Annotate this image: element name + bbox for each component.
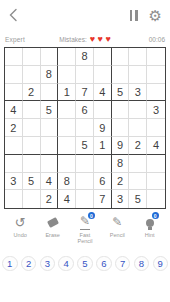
cell-r9c6[interactable]: 7 [94,190,112,208]
cell-r1c6[interactable] [94,48,112,66]
cell-r7c7[interactable]: 8 [112,155,130,173]
cell-r1c2[interactable] [23,48,41,66]
cell-r7c1[interactable] [5,155,23,173]
cell-r8c9[interactable] [147,173,165,191]
cell-r4c6[interactable] [94,101,112,119]
cell-r3c9[interactable] [147,84,165,102]
sudoku-board: 8821745345632951924835486224735 [4,47,166,209]
cell-r9c8[interactable]: 5 [129,190,147,208]
toolbar: ↺ Undo Erase ✎ 0 Fast Pencil ✎ Pencil 0 … [0,215,170,245]
undo-button[interactable]: ↺ Undo [5,215,35,238]
cell-r4c9[interactable]: 3 [147,101,165,119]
lightbulb-icon [146,219,154,227]
cell-r3c2[interactable]: 2 [23,84,41,102]
numpad-button-5[interactable]: 5 [77,256,93,272]
cell-r1c7[interactable] [112,48,130,66]
cell-r7c3[interactable] [41,155,59,173]
cell-r8c2[interactable]: 5 [23,173,41,191]
cell-r7c9[interactable] [147,155,165,173]
cell-r5c9[interactable] [147,119,165,137]
heart-icon: ♥ [98,35,103,44]
cell-r4c8[interactable] [129,101,147,119]
cell-r8c1[interactable]: 3 [5,173,23,191]
eraser-icon [47,217,59,228]
difficulty-label: Expert [5,36,59,43]
cell-r9c1[interactable] [5,190,23,208]
pencil-icon: ✎ [112,216,122,229]
numpad-button-3[interactable]: 3 [40,256,56,272]
cell-r6c3[interactable] [41,137,59,155]
cell-r1c3[interactable] [41,48,59,66]
cell-r4c5[interactable]: 6 [76,101,94,119]
cell-r2c8[interactable] [129,66,147,84]
mistakes-label: Mistakes: [59,36,86,43]
hint-badge: 0 [152,212,159,219]
cell-r1c4[interactable] [58,48,76,66]
cell-r6c9[interactable]: 4 [147,137,165,155]
cell-r6c1[interactable] [5,137,23,155]
hint-button[interactable]: 0 Hint [135,215,165,238]
cell-r1c9[interactable] [147,48,165,66]
pencil-label: Pencil [104,232,130,238]
cell-r8c7[interactable]: 2 [112,173,130,191]
numpad-button-2[interactable]: 2 [21,256,37,272]
cell-r9c9[interactable] [147,190,165,208]
numpad-button-6[interactable]: 6 [96,256,112,272]
cell-r4c2[interactable] [23,101,41,119]
hearts-row: ♥♥♥ [90,35,111,44]
undo-icon: ↺ [15,216,26,229]
cell-r2c2[interactable] [23,66,41,84]
numpad-button-7[interactable]: 7 [115,256,131,272]
cell-r6c7[interactable]: 9 [112,137,130,155]
cell-r3c8[interactable]: 3 [129,84,147,102]
pause-icon[interactable] [130,10,137,21]
cell-r1c8[interactable] [129,48,147,66]
numpad-button-8[interactable]: 8 [134,256,150,272]
cell-r2c6[interactable] [94,66,112,84]
fast-pencil-badge: 0 [88,212,95,219]
cell-r7c2[interactable] [23,155,41,173]
timer: 00:06 [111,36,165,43]
cell-r9c7[interactable]: 3 [112,190,130,208]
pencil-button[interactable]: ✎ Pencil [102,215,132,238]
cell-r7c5[interactable] [76,155,94,173]
cell-r6c4[interactable] [58,137,76,155]
cell-r2c5[interactable] [76,66,94,84]
cell-r4c4[interactable] [58,101,76,119]
cell-r8c6[interactable]: 6 [94,173,112,191]
cell-r1c5[interactable]: 8 [76,48,94,66]
cell-r5c3[interactable] [41,119,59,137]
cell-r8c4[interactable]: 8 [58,173,76,191]
fast-pencil-label: Fast Pencil [72,232,98,245]
undo-label: Undo [7,232,33,238]
numpad-button-4[interactable]: 4 [58,256,74,272]
cell-r5c1[interactable]: 2 [5,119,23,137]
cell-r3c1[interactable] [5,84,23,102]
cell-r3c5[interactable]: 7 [76,84,94,102]
cell-r6c6[interactable]: 1 [94,137,112,155]
cell-r4c3[interactable]: 5 [41,101,59,119]
numpad-button-9[interactable]: 9 [153,256,169,272]
cell-r4c7[interactable] [112,101,130,119]
cell-r9c3[interactable]: 2 [41,190,59,208]
cell-r5c7[interactable] [112,119,130,137]
cell-r2c1[interactable] [5,66,23,84]
cell-r2c3[interactable]: 8 [41,66,59,84]
cell-r3c6[interactable]: 4 [94,84,112,102]
cell-r5c5[interactable] [76,119,94,137]
cell-r2c7[interactable] [112,66,130,84]
cell-r8c5[interactable] [76,173,94,191]
cell-r4c1[interactable]: 4 [5,101,23,119]
cell-r9c5[interactable] [76,190,94,208]
status-row: Expert Mistakes: ♥♥♥ 00:06 [0,34,170,44]
cell-r8c3[interactable]: 4 [41,173,59,191]
cell-r1c1[interactable] [5,48,23,66]
cell-r7c8[interactable] [129,155,147,173]
cell-r5c6[interactable]: 9 [94,119,112,137]
heart-icon: ♥ [90,35,95,44]
cell-r7c6[interactable] [94,155,112,173]
top-bar: ⚙ [0,0,170,23]
cell-r8c8[interactable] [129,173,147,191]
erase-button[interactable]: Erase [38,215,68,238]
gear-icon[interactable]: ⚙ [149,10,162,21]
number-pad: 123456789 [0,256,170,272]
cell-r5c2[interactable] [23,119,41,137]
cell-r7c4[interactable] [58,155,76,173]
hint-label: Hint [137,232,163,238]
cell-r9c2[interactable] [23,190,41,208]
back-chevron-icon[interactable] [8,8,18,22]
cell-r6c5[interactable]: 5 [76,137,94,155]
numpad-button-1[interactable]: 1 [2,256,18,272]
cell-r2c9[interactable] [147,66,165,84]
cell-r3c7[interactable]: 5 [112,84,130,102]
fast-pencil-button[interactable]: ✎ 0 Fast Pencil [70,215,100,245]
cell-r6c8[interactable]: 2 [129,137,147,155]
cell-r3c4[interactable]: 1 [58,84,76,102]
cell-r2c4[interactable] [58,66,76,84]
erase-label: Erase [40,232,66,238]
cell-r5c4[interactable] [58,119,76,137]
cell-r3c3[interactable] [41,84,59,102]
cell-r9c4[interactable]: 4 [58,190,76,208]
cell-r5c8[interactable] [129,119,147,137]
cell-r6c2[interactable] [23,137,41,155]
mistakes-indicator: Mistakes: ♥♥♥ [59,35,110,44]
